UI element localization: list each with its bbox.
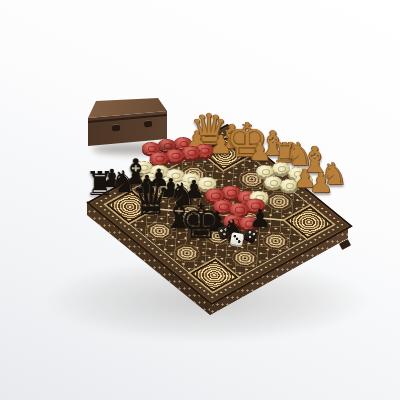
wood-pawn-piece[interactable]: ♟ (309, 169, 333, 196)
white-die[interactable] (230, 232, 244, 246)
black-pawn-piece[interactable]: ♟ (249, 206, 271, 231)
black-king-piece[interactable]: ♚ (179, 197, 222, 245)
wood-pawn-piece[interactable]: ♟ (249, 139, 271, 164)
black-rook-piece[interactable]: ♜ (85, 167, 115, 200)
pieces-layer: ♟♛♟♝♚♟♝♜♞♝♟♟♞♜♟♞♝♟♟♛♟♞♟♝♚♟♞♟ (0, 0, 400, 400)
product-photo-scene: ♟♛♟♝♚♟♝♜♞♝♟♟♞♜♟♞♝♟♟♛♟♞♟♝♚♟♞♟ (0, 0, 400, 400)
red-draughts-stone[interactable] (150, 152, 169, 165)
